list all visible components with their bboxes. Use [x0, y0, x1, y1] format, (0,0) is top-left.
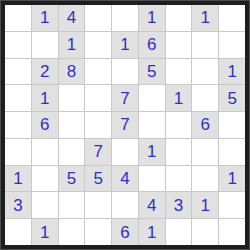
cell-r8c1[interactable]: 3 [5, 192, 31, 218]
cell-r7c7[interactable] [166, 166, 192, 192]
cell-r4c7[interactable]: 1 [166, 85, 192, 111]
cell-r5c4[interactable] [85, 112, 111, 138]
sudoku-board: 14111162851171567671155413431161 [1, 1, 249, 249]
cell-r9c7[interactable] [166, 219, 192, 245]
cell-r8c9[interactable] [219, 192, 245, 218]
cell-r2c4[interactable] [85, 32, 111, 58]
cell-r6c7[interactable] [166, 139, 192, 165]
cell-r3c9[interactable]: 1 [219, 59, 245, 85]
cell-r1c1[interactable] [5, 5, 31, 31]
cell-r3c1[interactable] [5, 59, 31, 85]
cell-r5c7[interactable] [166, 112, 192, 138]
cell-r7c6[interactable] [139, 166, 165, 192]
cell-r2c8[interactable] [192, 32, 218, 58]
cell-r9c9[interactable] [219, 219, 245, 245]
sudoku-board-frame: 14111162851171567671155413431161 [0, 0, 250, 250]
cell-r6c6[interactable]: 1 [139, 139, 165, 165]
cell-r8c3[interactable] [59, 192, 85, 218]
cell-r9c4[interactable] [85, 219, 111, 245]
cell-r1c7[interactable] [166, 5, 192, 31]
cell-r2c5[interactable]: 1 [112, 32, 138, 58]
cell-r3c4[interactable] [85, 59, 111, 85]
cell-r2c2[interactable] [32, 32, 58, 58]
cell-r5c6[interactable] [139, 112, 165, 138]
cell-r1c9[interactable] [219, 5, 245, 31]
cell-r5c5[interactable]: 7 [112, 112, 138, 138]
cell-r7c2[interactable] [32, 166, 58, 192]
cell-r4c5[interactable]: 7 [112, 85, 138, 111]
cell-r6c3[interactable] [59, 139, 85, 165]
cell-r9c8[interactable] [192, 219, 218, 245]
cell-r8c7[interactable]: 3 [166, 192, 192, 218]
cell-r2c3[interactable]: 1 [59, 32, 85, 58]
cell-r5c3[interactable] [59, 112, 85, 138]
cell-r5c1[interactable] [5, 112, 31, 138]
cell-r3c2[interactable]: 2 [32, 59, 58, 85]
cell-r8c2[interactable] [32, 192, 58, 218]
cell-r1c8[interactable]: 1 [192, 5, 218, 31]
cell-r3c8[interactable] [192, 59, 218, 85]
cell-r6c2[interactable] [32, 139, 58, 165]
cell-r9c5[interactable]: 6 [112, 219, 138, 245]
cell-r3c6[interactable]: 5 [139, 59, 165, 85]
cell-r9c2[interactable]: 1 [32, 219, 58, 245]
cell-r6c5[interactable] [112, 139, 138, 165]
cell-r2c9[interactable] [219, 32, 245, 58]
cell-r7c5[interactable]: 4 [112, 166, 138, 192]
cell-r9c1[interactable] [5, 219, 31, 245]
cell-r2c1[interactable] [5, 32, 31, 58]
cell-r7c9[interactable]: 1 [219, 166, 245, 192]
cell-r8c8[interactable]: 1 [192, 192, 218, 218]
cell-r5c9[interactable] [219, 112, 245, 138]
cell-r6c9[interactable] [219, 139, 245, 165]
cell-r4c1[interactable] [5, 85, 31, 111]
cell-r5c8[interactable]: 6 [192, 112, 218, 138]
cell-r4c3[interactable] [59, 85, 85, 111]
cell-r3c3[interactable]: 8 [59, 59, 85, 85]
cell-r4c2[interactable]: 1 [32, 85, 58, 111]
cell-r4c8[interactable] [192, 85, 218, 111]
cell-r4c6[interactable] [139, 85, 165, 111]
cell-r6c1[interactable] [5, 139, 31, 165]
cell-r1c6[interactable]: 1 [139, 5, 165, 31]
cell-r8c5[interactable] [112, 192, 138, 218]
cell-r4c9[interactable]: 5 [219, 85, 245, 111]
cell-r1c3[interactable]: 4 [59, 5, 85, 31]
cell-r1c2[interactable]: 1 [32, 5, 58, 31]
cell-r7c8[interactable] [192, 166, 218, 192]
cell-r6c8[interactable] [192, 139, 218, 165]
cell-r9c3[interactable] [59, 219, 85, 245]
cell-r3c5[interactable] [112, 59, 138, 85]
cell-r2c6[interactable]: 6 [139, 32, 165, 58]
cell-r1c4[interactable] [85, 5, 111, 31]
cell-r2c7[interactable] [166, 32, 192, 58]
cell-r1c5[interactable] [112, 5, 138, 31]
cell-r4c4[interactable] [85, 85, 111, 111]
cell-r6c4[interactable]: 7 [85, 139, 111, 165]
cell-r8c6[interactable]: 4 [139, 192, 165, 218]
cell-r7c1[interactable]: 1 [5, 166, 31, 192]
cell-r7c3[interactable]: 5 [59, 166, 85, 192]
cell-r5c2[interactable]: 6 [32, 112, 58, 138]
cell-r9c6[interactable]: 1 [139, 219, 165, 245]
cell-r7c4[interactable]: 5 [85, 166, 111, 192]
cell-r3c7[interactable] [166, 59, 192, 85]
cell-r8c4[interactable] [85, 192, 111, 218]
